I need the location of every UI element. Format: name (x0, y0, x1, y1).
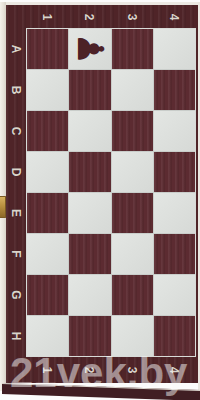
board-square-G2 (69, 275, 110, 315)
board-square-G3 (112, 275, 153, 315)
rank-label-text: D (9, 168, 23, 177)
file-label-top: 3 (111, 5, 154, 28)
rank-label: G (6, 275, 26, 316)
board-square-D2 (69, 152, 110, 192)
rank-label-text: E (9, 209, 23, 217)
file-label-top-text: 4 (168, 13, 182, 20)
rank-label-text: A (9, 44, 23, 53)
file-labels-top: 1234 (26, 5, 196, 28)
file-label-top: 1 (26, 5, 69, 28)
file-label-top: 2 (69, 5, 112, 28)
rank-label-text: H (9, 332, 23, 341)
rank-label-text: C (9, 126, 23, 135)
board-square-B2 (69, 70, 110, 110)
rank-label-text: G (9, 291, 23, 300)
board-square-E1 (27, 193, 68, 233)
board-square-F4 (154, 234, 195, 274)
file-label-top-text: 3 (125, 13, 139, 20)
rank-label: E (6, 193, 26, 234)
board-square-E4 (154, 193, 195, 233)
board-square-D1 (27, 152, 68, 192)
board-square-F3 (112, 234, 153, 274)
chess-board: ♟ (26, 28, 196, 357)
board-square-E3 (112, 193, 153, 233)
board-square-C3 (112, 111, 153, 151)
board-square-C1 (27, 111, 68, 151)
rank-labels-left: ABCDEFGH (6, 28, 26, 357)
rank-label-text: B (9, 85, 23, 94)
black-pawn-icon: ♟ (72, 33, 108, 65)
board-square-A3 (112, 29, 153, 69)
board-frame: 1234 ABCDEFGH ♟ 1234 (6, 5, 198, 383)
file-label-top-text: 1 (40, 13, 54, 20)
board-square-F2 (69, 234, 110, 274)
board-right-edge (198, 2, 200, 392)
rank-label: C (6, 110, 26, 151)
board-square-A2: ♟ (69, 29, 110, 69)
board-square-A4 (154, 29, 195, 69)
board-square-B1 (27, 70, 68, 110)
file-label-top: 4 (154, 5, 197, 28)
rank-label-text: F (9, 251, 23, 258)
board-square-D4 (154, 152, 195, 192)
hinge (0, 196, 6, 218)
board-square-E2 (69, 193, 110, 233)
board-square-C2 (69, 111, 110, 151)
file-label-top-text: 2 (83, 13, 97, 20)
board-square-G1 (27, 275, 68, 315)
chessboard-product-photo: 1234 ABCDEFGH ♟ 1234 21vek.by (0, 0, 200, 400)
board-square-B3 (112, 70, 153, 110)
rank-label: A (6, 28, 26, 69)
board-square-D3 (112, 152, 153, 192)
board-square-A1 (27, 29, 68, 69)
board-square-B4 (154, 70, 195, 110)
board-square-G4 (154, 275, 195, 315)
rank-label: D (6, 151, 26, 192)
board-square-C4 (154, 111, 195, 151)
board-square-F1 (27, 234, 68, 274)
rank-label: B (6, 69, 26, 110)
watermark: 21vek.by (10, 349, 187, 397)
rank-label: F (6, 234, 26, 275)
